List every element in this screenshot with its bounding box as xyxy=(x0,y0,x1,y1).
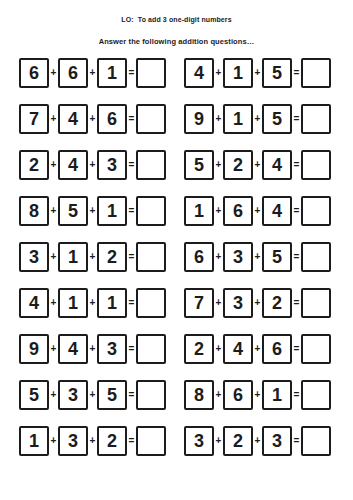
answer-box[interactable] xyxy=(301,58,331,88)
plus-sign: + xyxy=(88,252,97,262)
plus-sign: + xyxy=(253,68,262,78)
problem-row: 5 + 3 + 5 = xyxy=(19,380,166,410)
addend-box: 4 xyxy=(58,334,88,364)
addend-box: 4 xyxy=(262,196,292,226)
addend-box: 1 xyxy=(184,196,214,226)
equals-sign: = xyxy=(127,68,136,78)
addend-box: 1 xyxy=(97,58,127,88)
learning-objective: LO: To add 3 one-digit numbers xyxy=(0,15,353,24)
addend-box: 5 xyxy=(262,242,292,272)
problem-row: 3 + 2 + 3 = xyxy=(184,426,331,456)
problem-row: 8 + 5 + 1 = xyxy=(19,196,166,226)
addend-box: 3 xyxy=(184,426,214,456)
problem-row: 1 + 3 + 2 = xyxy=(19,426,166,456)
addend-box: 7 xyxy=(19,104,49,134)
addend-box: 8 xyxy=(184,380,214,410)
plus-sign: + xyxy=(49,344,58,354)
addend-box: 4 xyxy=(184,58,214,88)
equals-sign: = xyxy=(127,298,136,308)
plus-sign: + xyxy=(49,160,58,170)
plus-sign: + xyxy=(49,114,58,124)
addend-box: 2 xyxy=(97,242,127,272)
addend-box: 3 xyxy=(97,150,127,180)
plus-sign: + xyxy=(49,390,58,400)
addend-box: 3 xyxy=(262,426,292,456)
problem-row: 2 + 4 + 3 = xyxy=(19,150,166,180)
plus-sign: + xyxy=(253,160,262,170)
addend-box: 2 xyxy=(184,334,214,364)
addend-box: 6 xyxy=(223,196,253,226)
addend-box: 1 xyxy=(97,288,127,318)
plus-sign: + xyxy=(214,298,223,308)
answer-box[interactable] xyxy=(136,334,166,364)
answer-box[interactable] xyxy=(136,58,166,88)
plus-sign: + xyxy=(49,68,58,78)
plus-sign: + xyxy=(214,206,223,216)
problem-row: 7 + 4 + 6 = xyxy=(19,104,166,134)
answer-box[interactable] xyxy=(301,380,331,410)
equals-sign: = xyxy=(127,114,136,124)
plus-sign: + xyxy=(214,68,223,78)
problem-row: 7 + 3 + 2 = xyxy=(184,288,331,318)
plus-sign: + xyxy=(214,114,223,124)
addend-box: 9 xyxy=(184,104,214,134)
addend-box: 6 xyxy=(223,380,253,410)
plus-sign: + xyxy=(88,68,97,78)
answer-box[interactable] xyxy=(136,242,166,272)
problem-row: 4 + 1 + 1 = xyxy=(19,288,166,318)
equals-sign: = xyxy=(292,252,301,262)
addend-box: 6 xyxy=(19,58,49,88)
addend-box: 5 xyxy=(97,380,127,410)
plus-sign: + xyxy=(214,390,223,400)
addend-box: 6 xyxy=(58,58,88,88)
plus-sign: + xyxy=(49,436,58,446)
plus-sign: + xyxy=(88,390,97,400)
addend-box: 4 xyxy=(262,150,292,180)
worksheet-page: LO: To add 3 one-digit numbers Answer th… xyxy=(0,0,353,500)
answer-box[interactable] xyxy=(301,288,331,318)
answer-box[interactable] xyxy=(136,426,166,456)
addend-box: 1 xyxy=(223,58,253,88)
addend-box: 1 xyxy=(262,380,292,410)
problems-column-left: 6 + 6 + 1 = 7 + 4 + 6 = 2 + 4 + xyxy=(19,58,166,456)
answer-box[interactable] xyxy=(136,150,166,180)
plus-sign: + xyxy=(49,252,58,262)
addend-box: 6 xyxy=(97,104,127,134)
addend-box: 7 xyxy=(184,288,214,318)
addend-box: 8 xyxy=(19,196,49,226)
answer-box[interactable] xyxy=(301,104,331,134)
equals-sign: = xyxy=(127,436,136,446)
answer-box[interactable] xyxy=(136,104,166,134)
problem-row: 4 + 1 + 5 = xyxy=(184,58,331,88)
equals-sign: = xyxy=(127,344,136,354)
plus-sign: + xyxy=(253,390,262,400)
plus-sign: + xyxy=(253,114,262,124)
addend-box: 6 xyxy=(184,242,214,272)
problem-row: 6 + 3 + 5 = xyxy=(184,242,331,272)
plus-sign: + xyxy=(49,298,58,308)
addend-box: 2 xyxy=(223,426,253,456)
addend-box: 3 xyxy=(223,242,253,272)
instruction-text: Answer the following addition questions… xyxy=(0,37,353,46)
plus-sign: + xyxy=(253,298,262,308)
answer-box[interactable] xyxy=(301,196,331,226)
addend-box: 4 xyxy=(19,288,49,318)
addend-box: 1 xyxy=(97,196,127,226)
problem-row: 3 + 1 + 2 = xyxy=(19,242,166,272)
problem-row: 9 + 1 + 5 = xyxy=(184,104,331,134)
equals-sign: = xyxy=(292,436,301,446)
equals-sign: = xyxy=(292,298,301,308)
addend-box: 2 xyxy=(19,150,49,180)
equals-sign: = xyxy=(292,114,301,124)
addend-box: 2 xyxy=(97,426,127,456)
equals-sign: = xyxy=(292,390,301,400)
answer-box[interactable] xyxy=(301,426,331,456)
plus-sign: + xyxy=(253,252,262,262)
answer-box[interactable] xyxy=(136,288,166,318)
plus-sign: + xyxy=(214,252,223,262)
addend-box: 1 xyxy=(19,426,49,456)
problem-row: 8 + 6 + 1 = xyxy=(184,380,331,410)
plus-sign: + xyxy=(253,436,262,446)
answer-box[interactable] xyxy=(301,242,331,272)
plus-sign: + xyxy=(88,206,97,216)
plus-sign: + xyxy=(88,436,97,446)
equals-sign: = xyxy=(127,390,136,400)
addend-box: 5 xyxy=(262,58,292,88)
addend-box: 4 xyxy=(58,150,88,180)
answer-box[interactable] xyxy=(136,196,166,226)
equals-sign: = xyxy=(292,344,301,354)
addend-box: 1 xyxy=(58,288,88,318)
problem-row: 5 + 2 + 4 = xyxy=(184,150,331,180)
answer-box[interactable] xyxy=(301,150,331,180)
plus-sign: + xyxy=(253,344,262,354)
answer-box[interactable] xyxy=(301,334,331,364)
problem-row: 9 + 4 + 3 = xyxy=(19,334,166,364)
addend-box: 1 xyxy=(223,104,253,134)
addend-box: 4 xyxy=(58,104,88,134)
problem-row: 6 + 6 + 1 = xyxy=(19,58,166,88)
equals-sign: = xyxy=(127,252,136,262)
addend-box: 3 xyxy=(58,380,88,410)
problems-area: 6 + 6 + 1 = 7 + 4 + 6 = 2 + 4 + xyxy=(0,58,353,456)
answer-box[interactable] xyxy=(136,380,166,410)
worksheet-header: LO: To add 3 one-digit numbers Answer th… xyxy=(0,0,353,46)
addend-box: 1 xyxy=(58,242,88,272)
plus-sign: + xyxy=(214,160,223,170)
equals-sign: = xyxy=(292,206,301,216)
addend-box: 3 xyxy=(97,334,127,364)
addend-box: 5 xyxy=(184,150,214,180)
equals-sign: = xyxy=(127,206,136,216)
problem-row: 2 + 4 + 6 = xyxy=(184,334,331,364)
equals-sign: = xyxy=(127,160,136,170)
plus-sign: + xyxy=(214,344,223,354)
plus-sign: + xyxy=(88,114,97,124)
addend-box: 3 xyxy=(58,426,88,456)
addend-box: 9 xyxy=(19,334,49,364)
plus-sign: + xyxy=(88,160,97,170)
addend-box: 4 xyxy=(223,334,253,364)
addend-box: 3 xyxy=(223,288,253,318)
plus-sign: + xyxy=(88,298,97,308)
plus-sign: + xyxy=(49,206,58,216)
addend-box: 6 xyxy=(262,334,292,364)
problems-column-right: 4 + 1 + 5 = 9 + 1 + 5 = 5 + 2 + xyxy=(184,58,331,456)
addend-box: 2 xyxy=(262,288,292,318)
addend-box: 2 xyxy=(223,150,253,180)
equals-sign: = xyxy=(292,160,301,170)
addend-box: 5 xyxy=(58,196,88,226)
addend-box: 5 xyxy=(19,380,49,410)
addend-box: 3 xyxy=(19,242,49,272)
plus-sign: + xyxy=(214,436,223,446)
equals-sign: = xyxy=(292,68,301,78)
plus-sign: + xyxy=(88,344,97,354)
addend-box: 5 xyxy=(262,104,292,134)
problem-row: 1 + 6 + 4 = xyxy=(184,196,331,226)
plus-sign: + xyxy=(253,206,262,216)
